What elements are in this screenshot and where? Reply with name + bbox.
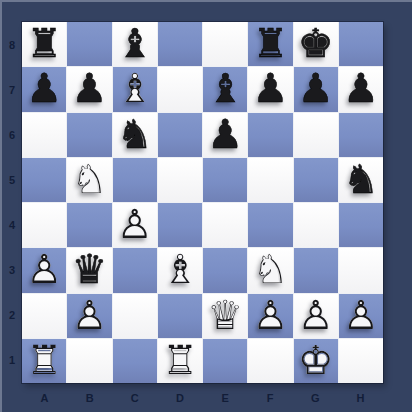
piece-white-knight-b5[interactable]: ♞♘ [67, 158, 111, 202]
square-a8[interactable]: ♜ [22, 22, 66, 66]
piece-white-pawn-a3[interactable]: ♟♙ [22, 248, 66, 292]
white-bishop-outline-glyph: ♗ [158, 247, 202, 291]
square-d1[interactable]: ♜♖ [158, 339, 202, 383]
square-a2[interactable] [22, 294, 66, 338]
piece-black-pawn-h7[interactable]: ♟ [339, 67, 383, 111]
square-h8[interactable] [339, 22, 383, 66]
square-c8[interactable]: ♝ [113, 22, 157, 66]
rank-label-3: 3 [2, 248, 22, 293]
white-knight-outline-glyph: ♘ [248, 247, 292, 291]
square-c7[interactable]: ♝♗ [113, 67, 157, 111]
piece-white-pawn-g2[interactable]: ♟♙ [294, 294, 338, 338]
square-h2[interactable]: ♟♙ [339, 294, 383, 338]
black-rook-glyph: ♜ [22, 21, 66, 65]
white-rook-outline-glyph: ♖ [158, 338, 202, 382]
square-g5[interactable] [294, 158, 338, 202]
file-labels: ABCDEFGH [22, 383, 383, 412]
board-frame: 87654321 ABCDEFGH ♜♝♜♚♟♟♝♗♝♟♟♟♞♟♞♘♞♟♙♟♙♛… [0, 0, 412, 412]
rank-label-5: 5 [2, 157, 22, 202]
piece-white-queen-e2[interactable]: ♛♕ [203, 294, 247, 338]
rank-label-1: 1 [2, 338, 22, 383]
file-label-f: F [248, 383, 293, 412]
piece-black-pawn-g7[interactable]: ♟ [294, 67, 338, 111]
square-b1[interactable] [67, 339, 111, 383]
white-knight-outline-glyph: ♘ [67, 157, 111, 201]
white-pawn-outline-glyph: ♙ [248, 293, 292, 337]
square-e6[interactable]: ♟ [203, 113, 247, 157]
square-b5[interactable]: ♞♘ [67, 158, 111, 202]
square-e3[interactable] [203, 248, 247, 292]
square-f3[interactable]: ♞♘ [248, 248, 292, 292]
piece-black-bishop-e7[interactable]: ♝ [203, 67, 247, 111]
white-rook-outline-glyph: ♖ [22, 338, 66, 382]
white-king-outline-glyph: ♔ [294, 338, 338, 382]
piece-black-pawn-b7[interactable]: ♟ [67, 67, 111, 111]
file-label-a: A [22, 383, 67, 412]
piece-white-knight-f3[interactable]: ♞♘ [248, 248, 292, 292]
piece-black-rook-a8[interactable]: ♜ [22, 22, 66, 66]
file-label-g: G [293, 383, 338, 412]
black-pawn-glyph: ♟ [67, 66, 111, 110]
piece-white-rook-d1[interactable]: ♜♖ [158, 339, 202, 383]
square-e5[interactable] [203, 158, 247, 202]
piece-white-pawn-c4[interactable]: ♟♙ [113, 203, 157, 247]
square-a5[interactable] [22, 158, 66, 202]
black-pawn-glyph: ♟ [294, 66, 338, 110]
white-pawn-outline-glyph: ♙ [67, 293, 111, 337]
piece-black-king-g8[interactable]: ♚ [294, 22, 338, 66]
file-label-d: D [157, 383, 202, 412]
rank-label-4: 4 [2, 203, 22, 248]
piece-black-pawn-f7[interactable]: ♟ [248, 67, 292, 111]
square-a7[interactable]: ♟ [22, 67, 66, 111]
square-h4[interactable] [339, 203, 383, 247]
square-c6[interactable]: ♞ [113, 113, 157, 157]
file-label-e: E [203, 383, 248, 412]
chessboard: ♜♝♜♚♟♟♝♗♝♟♟♟♞♟♞♘♞♟♙♟♙♛♝♗♞♘♟♙♛♕♟♙♟♙♟♙♜♖♜♖… [22, 22, 383, 383]
black-pawn-glyph: ♟ [203, 112, 247, 156]
square-d3[interactable]: ♝♗ [158, 248, 202, 292]
white-bishop-outline-glyph: ♗ [113, 66, 157, 110]
square-e7[interactable]: ♝ [203, 67, 247, 111]
square-g6[interactable] [294, 113, 338, 157]
black-queen-glyph: ♛ [67, 247, 111, 291]
black-king-glyph: ♚ [294, 21, 338, 65]
square-g2[interactable]: ♟♙ [294, 294, 338, 338]
square-f8[interactable]: ♜ [248, 22, 292, 66]
piece-black-pawn-a7[interactable]: ♟ [22, 67, 66, 111]
square-b6[interactable] [67, 113, 111, 157]
square-c4[interactable]: ♟♙ [113, 203, 157, 247]
square-b3[interactable]: ♛ [67, 248, 111, 292]
white-queen-outline-glyph: ♕ [203, 293, 247, 337]
rank-labels: 87654321 [2, 22, 22, 383]
white-pawn-outline-glyph: ♙ [22, 247, 66, 291]
square-c3[interactable] [113, 248, 157, 292]
square-d8[interactable] [158, 22, 202, 66]
square-f5[interactable] [248, 158, 292, 202]
square-d6[interactable] [158, 113, 202, 157]
square-a6[interactable] [22, 113, 66, 157]
piece-white-rook-a1[interactable]: ♜♖ [22, 339, 66, 383]
piece-white-pawn-f2[interactable]: ♟♙ [248, 294, 292, 338]
square-h6[interactable] [339, 113, 383, 157]
piece-black-pawn-e6[interactable]: ♟ [203, 113, 247, 157]
square-c1[interactable] [113, 339, 157, 383]
square-h1[interactable] [339, 339, 383, 383]
white-pawn-outline-glyph: ♙ [294, 293, 338, 337]
square-f1[interactable] [248, 339, 292, 383]
square-e2[interactable]: ♛♕ [203, 294, 247, 338]
black-bishop-glyph: ♝ [113, 21, 157, 65]
square-d4[interactable] [158, 203, 202, 247]
rank-label-2: 2 [2, 293, 22, 338]
piece-white-king-g1[interactable]: ♚♔ [294, 339, 338, 383]
file-label-h: H [338, 383, 383, 412]
white-pawn-outline-glyph: ♙ [113, 202, 157, 246]
rank-label-6: 6 [2, 112, 22, 157]
piece-black-knight-h5[interactable]: ♞ [339, 158, 383, 202]
square-a3[interactable]: ♟♙ [22, 248, 66, 292]
square-e1[interactable] [203, 339, 247, 383]
black-pawn-glyph: ♟ [22, 66, 66, 110]
square-d5[interactable] [158, 158, 202, 202]
white-pawn-outline-glyph: ♙ [339, 293, 383, 337]
square-b8[interactable] [67, 22, 111, 66]
square-f4[interactable] [248, 203, 292, 247]
square-b4[interactable] [67, 203, 111, 247]
rank-label-8: 8 [2, 22, 22, 67]
file-label-b: B [67, 383, 112, 412]
square-d2[interactable] [158, 294, 202, 338]
square-h3[interactable] [339, 248, 383, 292]
square-d7[interactable] [158, 67, 202, 111]
square-g3[interactable] [294, 248, 338, 292]
square-f6[interactable] [248, 113, 292, 157]
black-pawn-glyph: ♟ [339, 66, 383, 110]
square-b7[interactable]: ♟ [67, 67, 111, 111]
piece-black-queen-b3[interactable]: ♛ [67, 248, 111, 292]
rank-label-7: 7 [2, 67, 22, 112]
square-a4[interactable] [22, 203, 66, 247]
black-knight-glyph: ♞ [339, 157, 383, 201]
square-e4[interactable] [203, 203, 247, 247]
file-label-c: C [112, 383, 157, 412]
black-knight-glyph: ♞ [113, 112, 157, 156]
square-h7[interactable]: ♟ [339, 67, 383, 111]
square-g4[interactable] [294, 203, 338, 247]
piece-white-pawn-h2[interactable]: ♟♙ [339, 294, 383, 338]
black-bishop-glyph: ♝ [203, 66, 247, 110]
piece-black-rook-f8[interactable]: ♜ [248, 22, 292, 66]
square-e8[interactable] [203, 22, 247, 66]
square-f2[interactable]: ♟♙ [248, 294, 292, 338]
square-c2[interactable] [113, 294, 157, 338]
black-pawn-glyph: ♟ [248, 66, 292, 110]
piece-black-bishop-c8[interactable]: ♝ [113, 22, 157, 66]
square-a1[interactable]: ♜♖ [22, 339, 66, 383]
piece-black-knight-c6[interactable]: ♞ [113, 113, 157, 157]
piece-white-pawn-b2[interactable]: ♟♙ [67, 294, 111, 338]
square-h5[interactable]: ♞ [339, 158, 383, 202]
square-f7[interactable]: ♟ [248, 67, 292, 111]
square-c5[interactable] [113, 158, 157, 202]
square-g7[interactable]: ♟ [294, 67, 338, 111]
piece-white-bishop-c7[interactable]: ♝♗ [113, 67, 157, 111]
piece-white-bishop-d3[interactable]: ♝♗ [158, 248, 202, 292]
square-g1[interactable]: ♚♔ [294, 339, 338, 383]
square-g8[interactable]: ♚ [294, 22, 338, 66]
black-rook-glyph: ♜ [248, 21, 292, 65]
square-b2[interactable]: ♟♙ [67, 294, 111, 338]
